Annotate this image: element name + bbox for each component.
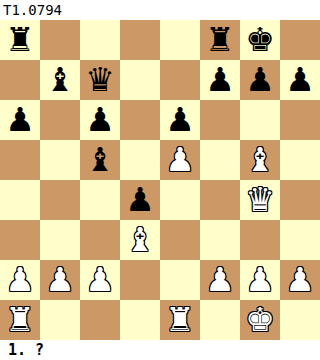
- square-f2[interactable]: ♟: [200, 260, 240, 300]
- square-b1[interactable]: [40, 300, 80, 340]
- square-c4[interactable]: [80, 180, 120, 220]
- square-d7[interactable]: [120, 60, 160, 100]
- square-d8[interactable]: [120, 20, 160, 60]
- square-a5[interactable]: [0, 140, 40, 180]
- piece-black-king[interactable]: ♚: [245, 20, 275, 60]
- piece-white-rook[interactable]: ♜: [165, 300, 195, 340]
- piece-black-rook[interactable]: ♜: [5, 20, 35, 60]
- square-h1[interactable]: [280, 300, 320, 340]
- square-d6[interactable]: [120, 100, 160, 140]
- piece-white-king[interactable]: ♚: [245, 300, 275, 340]
- piece-black-pawn[interactable]: ♟: [245, 60, 275, 100]
- square-e5[interactable]: ♟: [160, 140, 200, 180]
- square-e7[interactable]: [160, 60, 200, 100]
- piece-black-pawn[interactable]: ♟: [205, 60, 235, 100]
- square-e1[interactable]: ♜: [160, 300, 200, 340]
- prompt-bar: 1. ?: [0, 340, 320, 360]
- square-d4[interactable]: ♟: [120, 180, 160, 220]
- square-c5[interactable]: ♝: [80, 140, 120, 180]
- square-f3[interactable]: [200, 220, 240, 260]
- piece-black-rook[interactable]: ♜: [205, 20, 235, 60]
- square-c8[interactable]: [80, 20, 120, 60]
- piece-black-pawn[interactable]: ♟: [165, 100, 195, 140]
- square-h5[interactable]: [280, 140, 320, 180]
- piece-white-pawn[interactable]: ♟: [5, 260, 35, 300]
- square-e6[interactable]: ♟: [160, 100, 200, 140]
- chess-board: ♜♜♚♝♛♟♟♟♟♟♟♝♟♝♟♛♝♟♟♟♟♟♟♜♜♚: [0, 20, 320, 340]
- piece-black-pawn[interactable]: ♟: [85, 100, 115, 140]
- square-f5[interactable]: [200, 140, 240, 180]
- square-g3[interactable]: [240, 220, 280, 260]
- square-h6[interactable]: [280, 100, 320, 140]
- square-e3[interactable]: [160, 220, 200, 260]
- square-f7[interactable]: ♟: [200, 60, 240, 100]
- square-b8[interactable]: [40, 20, 80, 60]
- piece-white-pawn[interactable]: ♟: [85, 260, 115, 300]
- piece-white-pawn[interactable]: ♟: [285, 260, 315, 300]
- square-f1[interactable]: [200, 300, 240, 340]
- square-a2[interactable]: ♟: [0, 260, 40, 300]
- piece-white-bishop[interactable]: ♝: [245, 140, 275, 180]
- piece-black-pawn[interactable]: ♟: [125, 180, 155, 220]
- square-h4[interactable]: [280, 180, 320, 220]
- square-d2[interactable]: [120, 260, 160, 300]
- square-e8[interactable]: [160, 20, 200, 60]
- square-g4[interactable]: ♛: [240, 180, 280, 220]
- square-c6[interactable]: ♟: [80, 100, 120, 140]
- square-g2[interactable]: ♟: [240, 260, 280, 300]
- square-a8[interactable]: ♜: [0, 20, 40, 60]
- piece-black-queen[interactable]: ♛: [85, 60, 115, 100]
- piece-white-rook[interactable]: ♜: [5, 300, 35, 340]
- piece-black-bishop[interactable]: ♝: [45, 60, 75, 100]
- title-bar: T1.0794: [0, 0, 320, 20]
- piece-black-pawn[interactable]: ♟: [285, 60, 315, 100]
- square-f8[interactable]: ♜: [200, 20, 240, 60]
- square-a1[interactable]: ♜: [0, 300, 40, 340]
- square-b4[interactable]: [40, 180, 80, 220]
- chess-puzzle-app: T1.0794 ♜♜♚♝♛♟♟♟♟♟♟♝♟♝♟♛♝♟♟♟♟♟♟♜♜♚ 1. ?: [0, 0, 320, 360]
- piece-white-pawn[interactable]: ♟: [205, 260, 235, 300]
- square-a6[interactable]: ♟: [0, 100, 40, 140]
- square-d3[interactable]: ♝: [120, 220, 160, 260]
- piece-white-bishop[interactable]: ♝: [125, 220, 155, 260]
- square-c2[interactable]: ♟: [80, 260, 120, 300]
- piece-black-pawn[interactable]: ♟: [5, 100, 35, 140]
- square-a7[interactable]: [0, 60, 40, 100]
- square-b3[interactable]: [40, 220, 80, 260]
- square-b6[interactable]: [40, 100, 80, 140]
- piece-white-pawn[interactable]: ♟: [245, 260, 275, 300]
- square-c3[interactable]: [80, 220, 120, 260]
- square-g1[interactable]: ♚: [240, 300, 280, 340]
- square-d5[interactable]: [120, 140, 160, 180]
- square-f4[interactable]: [200, 180, 240, 220]
- square-h7[interactable]: ♟: [280, 60, 320, 100]
- square-e4[interactable]: [160, 180, 200, 220]
- square-b7[interactable]: ♝: [40, 60, 80, 100]
- square-h8[interactable]: [280, 20, 320, 60]
- square-g6[interactable]: [240, 100, 280, 140]
- piece-white-pawn[interactable]: ♟: [45, 260, 75, 300]
- square-e2[interactable]: [160, 260, 200, 300]
- square-g8[interactable]: ♚: [240, 20, 280, 60]
- square-a4[interactable]: [0, 180, 40, 220]
- square-h3[interactable]: [280, 220, 320, 260]
- square-a3[interactable]: [0, 220, 40, 260]
- square-h2[interactable]: ♟: [280, 260, 320, 300]
- piece-white-queen[interactable]: ♛: [245, 180, 275, 220]
- piece-black-bishop[interactable]: ♝: [85, 140, 115, 180]
- move-prompt: 1. ?: [8, 341, 44, 359]
- square-b2[interactable]: ♟: [40, 260, 80, 300]
- square-g7[interactable]: ♟: [240, 60, 280, 100]
- square-f6[interactable]: [200, 100, 240, 140]
- piece-white-pawn[interactable]: ♟: [165, 140, 195, 180]
- square-c1[interactable]: [80, 300, 120, 340]
- square-d1[interactable]: [120, 300, 160, 340]
- square-g5[interactable]: ♝: [240, 140, 280, 180]
- puzzle-title: T1.0794: [3, 2, 62, 18]
- square-b5[interactable]: [40, 140, 80, 180]
- square-c7[interactable]: ♛: [80, 60, 120, 100]
